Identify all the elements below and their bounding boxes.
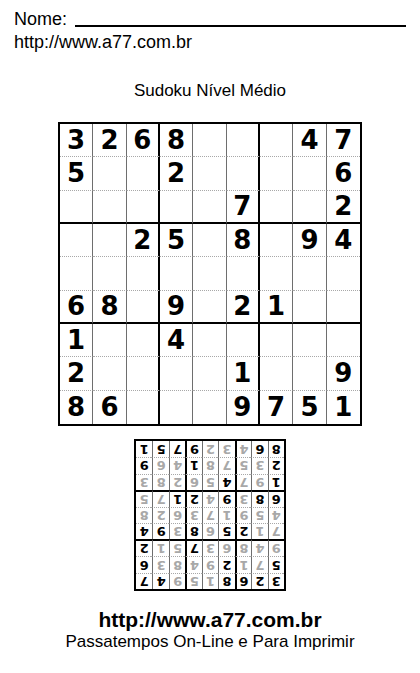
puzzle-cell[interactable] bbox=[193, 257, 226, 290]
puzzle-cell: 5 bbox=[60, 157, 93, 190]
puzzle-cell[interactable] bbox=[127, 357, 160, 390]
puzzle-cell[interactable] bbox=[60, 257, 93, 290]
solution-cell: 7 bbox=[235, 474, 251, 490]
solution-cell: 6 bbox=[169, 507, 185, 523]
solution-cell: 5 bbox=[136, 490, 152, 507]
puzzle-cell: 7 bbox=[260, 391, 293, 424]
puzzle-cell[interactable] bbox=[193, 124, 226, 157]
solution-cell: 6 bbox=[185, 474, 201, 490]
solution-cell: 3 bbox=[202, 539, 218, 556]
solution-cell: 9 bbox=[185, 441, 201, 457]
solution-cell: 8 bbox=[202, 457, 218, 473]
solution-cell: 1 bbox=[136, 441, 152, 457]
solution-cell: 1 bbox=[268, 474, 284, 490]
puzzle-cell[interactable] bbox=[227, 124, 260, 157]
solution-cell: 8 bbox=[235, 539, 251, 556]
solution-cell: 4 bbox=[235, 441, 251, 457]
puzzle-cell: 1 bbox=[227, 357, 260, 390]
puzzle-cell: 2 bbox=[160, 157, 193, 190]
puzzle-cell[interactable] bbox=[93, 257, 126, 290]
puzzle-cell: 2 bbox=[127, 224, 160, 257]
solution-cell: 8 bbox=[169, 556, 185, 572]
solution-cell: 4 bbox=[136, 523, 152, 539]
solution-cell: 1 bbox=[218, 507, 234, 523]
solution-cell: 5 bbox=[268, 556, 284, 572]
puzzle-cell: 5 bbox=[160, 224, 193, 257]
puzzle-cell[interactable] bbox=[193, 357, 226, 390]
solution-cell: 9 bbox=[251, 474, 267, 490]
solution-grid: 3268159475712948369486375127125683944591… bbox=[134, 439, 286, 591]
puzzle-cell: 1 bbox=[260, 291, 293, 324]
solution-cell: 7 bbox=[185, 539, 201, 556]
puzzle-cell: 1 bbox=[60, 324, 93, 357]
solution-cell: 8 bbox=[218, 573, 234, 589]
solution-cell: 6 bbox=[152, 457, 168, 473]
puzzle-cell: 6 bbox=[127, 124, 160, 157]
puzzle-cell: 4 bbox=[293, 124, 326, 157]
puzzle-cell[interactable] bbox=[293, 191, 326, 224]
solution-cell: 8 bbox=[251, 490, 267, 507]
puzzle-cell: 7 bbox=[227, 191, 260, 224]
solution-cell: 3 bbox=[169, 523, 185, 539]
puzzle-cell[interactable] bbox=[227, 324, 260, 357]
solution-cell: 2 bbox=[185, 490, 201, 507]
solution-cell: 7 bbox=[251, 556, 267, 572]
puzzle-cell[interactable] bbox=[327, 291, 360, 324]
puzzle-cell[interactable] bbox=[193, 324, 226, 357]
solution-cell: 7 bbox=[136, 573, 152, 589]
puzzle-cell[interactable] bbox=[260, 357, 293, 390]
solution-cell: 3 bbox=[218, 441, 234, 457]
solution-cell: 5 bbox=[218, 523, 234, 539]
solution-cell: 5 bbox=[202, 474, 218, 490]
puzzle-cell: 9 bbox=[327, 357, 360, 390]
solution-cell: 2 bbox=[136, 539, 152, 556]
solution-cell: 5 bbox=[185, 573, 201, 589]
solution-cell: 3 bbox=[185, 507, 201, 523]
solution-cell: 1 bbox=[251, 523, 267, 539]
puzzle-cell: 1 bbox=[327, 391, 360, 424]
puzzle-cell[interactable] bbox=[60, 224, 93, 257]
solution-cell: 1 bbox=[185, 457, 201, 473]
puzzle-grid: 32684752672258946892114219869751 bbox=[58, 122, 362, 426]
solution-cell: 1 bbox=[169, 490, 185, 507]
header-site-url: http://www.a77.com.br bbox=[14, 32, 406, 53]
puzzle-cell: 7 bbox=[327, 124, 360, 157]
puzzle-cell[interactable] bbox=[127, 391, 160, 424]
solution-cell: 7 bbox=[268, 523, 284, 539]
solution-cell: 1 bbox=[202, 573, 218, 589]
puzzle-cell: 8 bbox=[60, 391, 93, 424]
solution-cell: 6 bbox=[251, 441, 267, 457]
solution-cell: 7 bbox=[152, 490, 168, 507]
puzzle-cell[interactable] bbox=[327, 257, 360, 290]
puzzle-cell[interactable] bbox=[127, 324, 160, 357]
name-blank-line bbox=[75, 24, 406, 27]
puzzle-cell[interactable] bbox=[260, 224, 293, 257]
solution-cell: 6 bbox=[136, 556, 152, 572]
puzzle-cell[interactable] bbox=[227, 157, 260, 190]
puzzle-cell: 2 bbox=[60, 357, 93, 390]
puzzle-cell[interactable] bbox=[127, 157, 160, 190]
puzzle-cell[interactable] bbox=[260, 157, 293, 190]
puzzle-cell[interactable] bbox=[93, 191, 126, 224]
puzzle-cell: 8 bbox=[227, 224, 260, 257]
footer-site-url: http://www.a77.com.br bbox=[0, 608, 420, 632]
solution-cell: 1 bbox=[152, 539, 168, 556]
puzzle-cell: 5 bbox=[293, 391, 326, 424]
puzzle-cell[interactable] bbox=[327, 324, 360, 357]
puzzle-cell: 2 bbox=[227, 291, 260, 324]
solution-cell: 2 bbox=[169, 474, 185, 490]
puzzle-cell: 9 bbox=[160, 291, 193, 324]
solution-cell: 2 bbox=[251, 573, 267, 589]
puzzle-cell: 3 bbox=[60, 124, 93, 157]
puzzle-cell: 6 bbox=[93, 391, 126, 424]
solution-cell: 8 bbox=[136, 507, 152, 523]
puzzle-cell[interactable] bbox=[193, 391, 226, 424]
puzzle-cell: 4 bbox=[160, 324, 193, 357]
solution-cell: 8 bbox=[185, 523, 201, 539]
puzzle-cell[interactable] bbox=[193, 224, 226, 257]
puzzle-cell: 2 bbox=[93, 124, 126, 157]
name-row: Nome: bbox=[14, 9, 406, 30]
puzzle-cell: 2 bbox=[327, 191, 360, 224]
solution-cell: 9 bbox=[235, 507, 251, 523]
solution-cell: 5 bbox=[152, 441, 168, 457]
solution-cell: 4 bbox=[251, 539, 267, 556]
page-title: Sudoku Nível Médio bbox=[0, 81, 420, 101]
solution-cell: 5 bbox=[169, 539, 185, 556]
puzzle-cell[interactable] bbox=[93, 324, 126, 357]
puzzle-cell[interactable] bbox=[293, 157, 326, 190]
solution-cell: 9 bbox=[218, 490, 234, 507]
solution-cell: 2 bbox=[218, 556, 234, 572]
puzzle-cell: 8 bbox=[160, 124, 193, 157]
puzzle-cell: 6 bbox=[327, 157, 360, 190]
puzzle-cell[interactable] bbox=[160, 257, 193, 290]
solution-cell: 3 bbox=[251, 457, 267, 473]
solution-cell: 4 bbox=[169, 457, 185, 473]
puzzle-cell: 4 bbox=[327, 224, 360, 257]
puzzle-cell[interactable] bbox=[93, 357, 126, 390]
solution-cell: 6 bbox=[202, 523, 218, 539]
footer: http://www.a77.com.br Passatempos On-Lin… bbox=[0, 608, 420, 652]
solution-cell: 4 bbox=[218, 474, 234, 490]
puzzle-cell[interactable] bbox=[260, 324, 293, 357]
puzzle-cell: 9 bbox=[227, 391, 260, 424]
puzzle-cell[interactable] bbox=[260, 191, 293, 224]
solution-cell: 6 bbox=[235, 573, 251, 589]
solution-cell: 3 bbox=[152, 556, 168, 572]
solution-cell: 5 bbox=[235, 457, 251, 473]
solution-cell: 6 bbox=[218, 539, 234, 556]
puzzle-cell[interactable] bbox=[193, 191, 226, 224]
puzzle-cell[interactable] bbox=[127, 257, 160, 290]
footer-tagline: Passatempos On-Line e Para Imprimir bbox=[0, 632, 420, 652]
solution-cell: 3 bbox=[136, 474, 152, 490]
solution-cell: 8 bbox=[152, 474, 168, 490]
header: Nome: http://www.a77.com.br bbox=[0, 0, 420, 53]
solution-cell: 9 bbox=[202, 556, 218, 572]
solution-cell: 7 bbox=[202, 507, 218, 523]
solution-cell: 9 bbox=[268, 539, 284, 556]
solution-cell: 7 bbox=[218, 457, 234, 473]
puzzle-cell[interactable] bbox=[160, 391, 193, 424]
solution-cell: 2 bbox=[235, 523, 251, 539]
puzzle-cell[interactable] bbox=[293, 357, 326, 390]
puzzle-cell[interactable] bbox=[127, 191, 160, 224]
puzzle-cell[interactable] bbox=[160, 191, 193, 224]
puzzle-cell[interactable] bbox=[127, 291, 160, 324]
puzzle-cell[interactable] bbox=[293, 257, 326, 290]
puzzle-cell: 6 bbox=[60, 291, 93, 324]
solution-cell: 3 bbox=[268, 573, 284, 589]
puzzle-cell[interactable] bbox=[60, 191, 93, 224]
solution-cell: 1 bbox=[235, 556, 251, 572]
solution-cell: 7 bbox=[169, 441, 185, 457]
puzzle-cell: 9 bbox=[293, 224, 326, 257]
puzzle-cell[interactable] bbox=[193, 291, 226, 324]
solution-cell: 9 bbox=[152, 523, 168, 539]
solution-cell: 2 bbox=[268, 457, 284, 473]
solution-cell: 2 bbox=[202, 441, 218, 457]
puzzle-cell[interactable] bbox=[260, 257, 293, 290]
puzzle-cell[interactable] bbox=[193, 157, 226, 190]
puzzle-cell[interactable] bbox=[93, 224, 126, 257]
solution-cell: 4 bbox=[152, 573, 168, 589]
name-label: Nome: bbox=[14, 9, 67, 30]
solution-cell: 4 bbox=[268, 507, 284, 523]
puzzle-cell[interactable] bbox=[260, 124, 293, 157]
puzzle-cell: 8 bbox=[93, 291, 126, 324]
puzzle-cell[interactable] bbox=[293, 291, 326, 324]
solution-cell: 3 bbox=[235, 490, 251, 507]
puzzle-cell[interactable] bbox=[160, 357, 193, 390]
solution-cell: 5 bbox=[251, 507, 267, 523]
solution-cell: 9 bbox=[169, 573, 185, 589]
solution-cell: 8 bbox=[268, 441, 284, 457]
solution-cell: 4 bbox=[202, 490, 218, 507]
puzzle-cell[interactable] bbox=[227, 257, 260, 290]
solution-cell: 9 bbox=[136, 457, 152, 473]
puzzle-cell[interactable] bbox=[93, 157, 126, 190]
puzzle-cell[interactable] bbox=[293, 324, 326, 357]
solution-cell: 2 bbox=[152, 507, 168, 523]
solution-cell: 4 bbox=[185, 556, 201, 572]
solution-cell: 6 bbox=[268, 490, 284, 507]
